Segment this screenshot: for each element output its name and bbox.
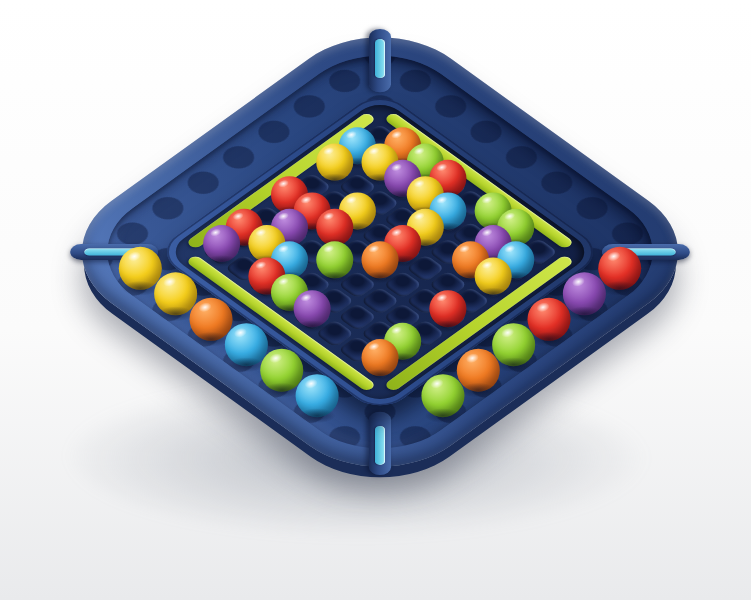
- ball-purple[interactable]: [294, 290, 331, 327]
- product-photo-stage: [0, 0, 751, 600]
- ball-red[interactable]: [598, 246, 641, 289]
- ball-orange[interactable]: [362, 339, 399, 376]
- ball-yellow[interactable]: [119, 246, 162, 289]
- ball-orange[interactable]: [457, 348, 500, 391]
- ball-red[interactable]: [527, 297, 570, 340]
- ball-green[interactable]: [421, 374, 464, 417]
- ball-purple[interactable]: [563, 272, 606, 315]
- ball-orange[interactable]: [362, 241, 399, 278]
- ball-yellow[interactable]: [316, 143, 353, 180]
- ball-purple[interactable]: [203, 224, 240, 261]
- ball-green[interactable]: [260, 348, 303, 391]
- ball-green[interactable]: [492, 323, 535, 366]
- ball-blue[interactable]: [225, 323, 268, 366]
- ball-blue[interactable]: [296, 374, 339, 417]
- ball-red[interactable]: [429, 290, 466, 327]
- ball-orange[interactable]: [190, 297, 233, 340]
- ball-yellow[interactable]: [475, 257, 512, 294]
- ball-yellow[interactable]: [154, 272, 197, 315]
- ball-red[interactable]: [316, 208, 353, 245]
- ball-green[interactable]: [316, 241, 353, 278]
